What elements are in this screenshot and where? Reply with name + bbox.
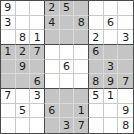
cell-r1c6[interactable] [74,1,89,16]
cell-r8c7[interactable] [89,104,104,119]
cell-r6c1[interactable] [1,74,16,89]
given-digit: 6 [107,17,114,28]
cell-r5c1[interactable] [1,60,16,75]
cell-r6c5[interactable] [60,74,75,89]
given-digit: 6 [48,105,55,116]
given-digit: 1 [78,105,85,116]
cell-r2c9[interactable] [118,16,133,31]
given-digit: 3 [4,17,11,28]
cell-r3c1[interactable] [1,30,16,45]
given-digit: 8 [92,76,99,87]
given-digit: 8 [19,32,26,43]
given-digit: 7 [122,76,129,87]
cell-r9c6[interactable]: 7 [74,118,89,133]
cell-r4c4[interactable] [45,45,60,60]
cell-r3c9[interactable]: 3 [118,30,133,45]
cell-r1c7[interactable] [89,1,104,16]
given-digit: 3 [107,61,114,72]
cell-r8c2[interactable]: 5 [16,104,31,119]
cell-r7c5[interactable] [60,89,75,104]
cell-r9c7[interactable] [89,118,104,133]
cell-r7c2[interactable] [16,89,31,104]
cell-r3c3[interactable]: 1 [30,30,45,45]
cell-r9c5[interactable]: 3 [60,118,75,133]
given-digit: 6 [92,46,99,57]
cell-r3c4[interactable] [45,30,60,45]
cell-r4c6[interactable] [74,45,89,60]
cell-r1c4[interactable]: 2 [45,1,60,16]
given-digit: 9 [122,105,129,116]
cell-r2c8[interactable]: 6 [104,16,119,31]
given-digit: 2 [92,32,99,43]
cell-r5c7[interactable] [89,60,104,75]
cell-r7c7[interactable]: 5 [89,89,104,104]
cell-r2c4[interactable]: 4 [45,16,60,31]
given-digit: 1 [4,46,11,57]
cell-r8c9[interactable]: 9 [118,104,133,119]
cell-r9c1[interactable] [1,118,16,133]
cell-r6c6[interactable] [74,74,89,89]
cell-r8c4[interactable]: 6 [45,104,60,119]
cell-r5c2[interactable]: 9 [16,60,31,75]
cell-r7c6[interactable] [74,89,89,104]
cell-r4c9[interactable] [118,45,133,60]
cell-r9c4[interactable] [45,118,60,133]
given-digit: 2 [19,46,26,57]
given-digit: 9 [107,76,114,87]
cell-r3c5[interactable] [60,30,75,45]
cell-r7c9[interactable] [118,89,133,104]
given-digit: 6 [63,61,70,72]
cell-r8c1[interactable] [1,104,16,119]
given-digit: 3 [122,32,129,43]
cell-r6c2[interactable] [16,74,31,89]
given-digit: 5 [19,105,26,116]
cell-r3c2[interactable]: 8 [16,30,31,45]
cell-r1c1[interactable]: 9 [1,1,16,16]
cell-r1c5[interactable]: 5 [60,1,75,16]
cell-r8c6[interactable]: 1 [74,104,89,119]
given-digit: 7 [4,90,11,101]
cell-r7c4[interactable] [45,89,60,104]
given-digit: 4 [48,17,55,28]
given-digit: 6 [34,76,41,87]
given-digit: 8 [122,120,129,131]
cell-r6c3[interactable]: 6 [30,74,45,89]
cell-r6c9[interactable]: 7 [118,74,133,89]
cell-r3c6[interactable] [74,30,89,45]
cell-r7c1[interactable]: 7 [1,89,16,104]
cell-r9c8[interactable] [104,118,119,133]
cell-r4c2[interactable]: 2 [16,45,31,60]
sudoku-app: 925348681231276963689773515619378 [0,0,134,134]
cell-r5c5[interactable]: 6 [60,60,75,75]
given-digit: 1 [107,90,114,101]
cell-r4c7[interactable]: 6 [89,45,104,60]
cell-r1c8[interactable] [104,1,119,16]
cell-r4c1[interactable]: 1 [1,45,16,60]
cell-r1c9[interactable] [118,1,133,16]
cell-r4c3[interactable]: 7 [30,45,45,60]
cell-r6c7[interactable]: 8 [89,74,104,89]
cell-r9c3[interactable] [30,118,45,133]
cell-r3c7[interactable]: 2 [89,30,104,45]
given-digit: 7 [78,120,85,131]
cell-r5c6[interactable] [74,60,89,75]
given-digit: 8 [78,17,85,28]
sudoku-board: 925348681231276963689773515619378 [0,0,134,134]
cell-r5c4[interactable] [45,60,60,75]
given-digit: 1 [34,32,41,43]
cell-r2c3[interactable] [30,16,45,31]
given-digit: 3 [34,90,41,101]
cell-r8c5[interactable] [60,104,75,119]
cell-r7c8[interactable]: 1 [104,89,119,104]
cell-r7c3[interactable]: 3 [30,89,45,104]
cell-r8c3[interactable] [30,104,45,119]
cell-r1c2[interactable] [16,1,31,16]
cell-r4c5[interactable] [60,45,75,60]
cell-r5c8[interactable]: 3 [104,60,119,75]
cell-r6c4[interactable] [45,74,60,89]
cell-r8c8[interactable] [104,104,119,119]
cell-r6c8[interactable]: 9 [104,74,119,89]
given-digit: 3 [63,120,70,131]
given-digit: 9 [4,2,11,13]
cell-r2c2[interactable] [16,16,31,31]
cell-r5c9[interactable] [118,60,133,75]
cell-r5c3[interactable] [30,60,45,75]
cell-r9c2[interactable] [16,118,31,133]
given-digit: 2 [48,2,55,13]
cell-r2c7[interactable] [89,16,104,31]
cell-r4c8[interactable] [104,45,119,60]
cell-r9c9[interactable]: 8 [118,118,133,133]
given-digit: 5 [92,90,99,101]
cell-r2c5[interactable] [60,16,75,31]
given-digit: 7 [34,46,41,57]
given-digit: 5 [63,2,70,13]
cell-r1c3[interactable] [30,1,45,16]
cell-r2c6[interactable]: 8 [74,16,89,31]
cell-r2c1[interactable]: 3 [1,16,16,31]
given-digit: 9 [19,61,26,72]
cell-r3c8[interactable] [104,30,119,45]
